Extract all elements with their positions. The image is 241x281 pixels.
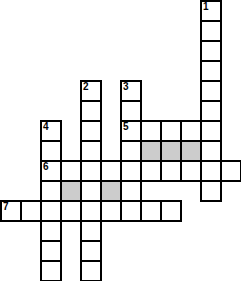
cell-r8-c11[interactable] (220, 160, 241, 182)
cell-r10-c2[interactable] (40, 200, 62, 222)
cell-r6-c6[interactable]: 5 (120, 120, 142, 142)
cell-r9-c10[interactable] (200, 180, 222, 202)
cell-r9-c6[interactable] (120, 180, 142, 202)
cell-r8-c7[interactable] (140, 160, 162, 182)
cell-r5-c4[interactable] (80, 100, 102, 122)
clue-number-7: 7 (3, 202, 9, 212)
cell-r3-c10[interactable] (200, 60, 222, 82)
shaded-cell-r9-c3[interactable] (60, 180, 82, 202)
cell-r7-c6[interactable] (120, 140, 142, 162)
cell-r7-c4[interactable] (80, 140, 102, 162)
cell-r10-c5[interactable] (100, 200, 122, 222)
clue-number-6: 6 (43, 162, 49, 172)
crossword-board: 1234567 (0, 0, 241, 281)
cell-r11-c2[interactable] (40, 220, 62, 242)
clue-number-4: 4 (43, 122, 49, 132)
cell-r9-c4[interactable] (80, 180, 102, 202)
shaded-cell-r7-c8[interactable] (160, 140, 182, 162)
shaded-cell-r9-c5[interactable] (100, 180, 122, 202)
cell-r2-c10[interactable] (200, 40, 222, 62)
cell-r10-c7[interactable] (140, 200, 162, 222)
clue-number-3: 3 (123, 82, 129, 92)
clue-number-2: 2 (83, 82, 89, 92)
cell-r12-c4[interactable] (80, 240, 102, 262)
crossword-page: 1234567 (0, 0, 241, 281)
cell-r6-c9[interactable] (180, 120, 202, 142)
cell-r8-c3[interactable] (60, 160, 82, 182)
cell-r1-c10[interactable] (200, 20, 222, 42)
cell-r8-c8[interactable] (160, 160, 182, 182)
cell-r6-c4[interactable] (80, 120, 102, 142)
cell-r8-c2[interactable]: 6 (40, 160, 62, 182)
cell-r5-c10[interactable] (200, 100, 222, 122)
cell-r13-c2[interactable] (40, 260, 62, 281)
cell-r0-c10[interactable]: 1 (200, 0, 222, 22)
cell-r10-c1[interactable] (20, 200, 42, 222)
cell-r8-c5[interactable] (100, 160, 122, 182)
cell-r5-c6[interactable] (120, 100, 142, 122)
cell-r10-c0[interactable]: 7 (0, 200, 22, 222)
cell-r6-c7[interactable] (140, 120, 162, 142)
cell-r7-c2[interactable] (40, 140, 62, 162)
cell-r7-c10[interactable] (200, 140, 222, 162)
cell-r10-c8[interactable] (160, 200, 182, 222)
cell-r10-c3[interactable] (60, 200, 82, 222)
clue-number-5: 5 (123, 122, 129, 132)
cell-r8-c6[interactable] (120, 160, 142, 182)
cell-r8-c9[interactable] (180, 160, 202, 182)
shaded-cell-r7-c9[interactable] (180, 140, 202, 162)
shaded-cell-r7-c7[interactable] (140, 140, 162, 162)
cell-r10-c4[interactable] (80, 200, 102, 222)
cell-r11-c4[interactable] (80, 220, 102, 242)
cell-r8-c4[interactable] (80, 160, 102, 182)
cell-r4-c6[interactable]: 3 (120, 80, 142, 102)
cell-r10-c6[interactable] (120, 200, 142, 222)
cell-r12-c2[interactable] (40, 240, 62, 262)
cell-r4-c4[interactable]: 2 (80, 80, 102, 102)
cell-r13-c4[interactable] (80, 260, 102, 281)
cell-r9-c2[interactable] (40, 180, 62, 202)
cell-r6-c2[interactable]: 4 (40, 120, 62, 142)
cell-r8-c10[interactable] (200, 160, 222, 182)
cell-r6-c8[interactable] (160, 120, 182, 142)
cell-r4-c10[interactable] (200, 80, 222, 102)
clue-number-1: 1 (203, 2, 209, 12)
cell-r6-c10[interactable] (200, 120, 222, 142)
